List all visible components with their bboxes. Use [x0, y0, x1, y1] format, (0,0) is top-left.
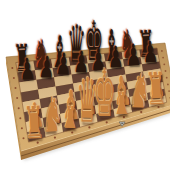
chess-set-photo: ♜ ♞ ♝ ♛ ♚ ♝ ♞ ♜ ♟ ♟ ♟ ♟ ♟ ♟ ♟ ♟ ♟ ♟ ♟ ♟ … [0, 0, 170, 170]
frame-nail [71, 131, 73, 133]
frame-nail [21, 127, 23, 129]
frame-nail [54, 137, 56, 139]
frame-nail [18, 107, 20, 109]
frame-nail [94, 51, 96, 53]
frame-nail [147, 46, 149, 48]
clasp-pin [121, 123, 122, 124]
frame-nail [23, 137, 25, 139]
frame-nail [11, 67, 13, 69]
frame-nail [167, 84, 169, 86]
frame-nail [88, 126, 90, 128]
frame-nail [23, 57, 25, 59]
frame-nail [163, 63, 165, 65]
frame-nail [123, 116, 125, 118]
frame-nail [168, 90, 170, 92]
frame-nail [19, 117, 21, 119]
frame-nail [15, 87, 17, 89]
frame-nail [140, 111, 142, 113]
frame-nail [16, 97, 18, 99]
frame-nail [13, 77, 15, 79]
frame-nail [161, 50, 163, 52]
frame-nail [112, 49, 114, 51]
frame-nail [76, 52, 78, 54]
frame-nail [37, 142, 39, 144]
frame-nail [165, 70, 167, 72]
frame-nail [166, 77, 168, 79]
frame-nail [129, 47, 131, 49]
frame-nail [162, 57, 164, 59]
frame-nail [41, 56, 43, 58]
frame-nail [106, 121, 108, 123]
frame-nail [59, 54, 61, 56]
frame-nail [157, 106, 159, 108]
chess-board [0, 0, 170, 170]
